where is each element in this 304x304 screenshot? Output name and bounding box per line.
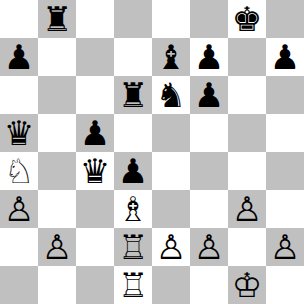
square-a2[interactable] [0,228,38,266]
square-a7[interactable]: ♟ [0,38,38,76]
square-g7[interactable] [228,38,266,76]
square-d8[interactable] [114,0,152,38]
square-b4[interactable] [38,152,76,190]
square-f1[interactable] [190,266,228,304]
square-c1[interactable] [76,266,114,304]
black-pawn-icon: ♟ [270,38,300,76]
square-f5[interactable] [190,114,228,152]
square-c4[interactable]: ♛ [76,152,114,190]
square-d6[interactable]: ♜ [114,76,152,114]
square-a5[interactable]: ♛ [0,114,38,152]
white-rook-icon: ♖ [118,266,148,304]
square-e7[interactable]: ♝ [152,38,190,76]
white-king-icon: ♔ [232,266,262,304]
square-c8[interactable] [76,0,114,38]
square-e2[interactable]: ♙ [152,228,190,266]
square-c6[interactable] [76,76,114,114]
square-d3[interactable]: ♗ [114,190,152,228]
square-f2[interactable]: ♙ [190,228,228,266]
square-a3[interactable]: ♙ [0,190,38,228]
square-e8[interactable] [152,0,190,38]
square-a6[interactable] [0,76,38,114]
black-king-icon: ♚ [232,0,262,38]
square-c7[interactable] [76,38,114,76]
square-f8[interactable] [190,0,228,38]
black-queen-icon: ♛ [80,152,110,190]
black-pawn-icon: ♟ [118,152,148,190]
square-e3[interactable] [152,190,190,228]
square-h6[interactable] [266,76,304,114]
square-f3[interactable] [190,190,228,228]
white-pawn-icon: ♙ [156,228,186,266]
square-e5[interactable] [152,114,190,152]
square-f4[interactable] [190,152,228,190]
black-rook-icon: ♜ [42,0,72,38]
square-d4[interactable]: ♟ [114,152,152,190]
square-a4[interactable]: ♘ [0,152,38,190]
square-d7[interactable] [114,38,152,76]
square-g2[interactable] [228,228,266,266]
black-pawn-icon: ♟ [194,76,224,114]
square-h8[interactable] [266,0,304,38]
black-knight-icon: ♞ [156,76,186,114]
square-b8[interactable]: ♜ [38,0,76,38]
square-g5[interactable] [228,114,266,152]
white-pawn-icon: ♙ [232,190,262,228]
square-e1[interactable] [152,266,190,304]
black-bishop-icon: ♝ [156,38,186,76]
black-pawn-icon: ♟ [194,38,224,76]
square-a1[interactable] [0,266,38,304]
square-g8[interactable]: ♚ [228,0,266,38]
square-b7[interactable] [38,38,76,76]
square-b3[interactable] [38,190,76,228]
square-f7[interactable]: ♟ [190,38,228,76]
white-bishop-icon: ♗ [118,190,148,228]
square-a8[interactable] [0,0,38,38]
square-h7[interactable]: ♟ [266,38,304,76]
square-b2[interactable]: ♙ [38,228,76,266]
white-rook-icon: ♖ [118,228,148,266]
square-c5[interactable]: ♟ [76,114,114,152]
square-g4[interactable] [228,152,266,190]
white-pawn-icon: ♙ [4,190,34,228]
square-e6[interactable]: ♞ [152,76,190,114]
square-b6[interactable] [38,76,76,114]
square-d5[interactable] [114,114,152,152]
square-b1[interactable] [38,266,76,304]
square-c2[interactable] [76,228,114,266]
black-queen-icon: ♛ [4,114,34,152]
square-g3[interactable]: ♙ [228,190,266,228]
square-h3[interactable] [266,190,304,228]
black-rook-icon: ♜ [118,76,148,114]
chess-board: ♜♚♟♝♟♟♜♞♟♛♟♘♛♟♙♗♙♙♖♙♙♙♖♔ [0,0,304,304]
square-h5[interactable] [266,114,304,152]
white-knight-icon: ♘ [4,152,34,190]
square-h4[interactable] [266,152,304,190]
square-g6[interactable] [228,76,266,114]
square-d2[interactable]: ♖ [114,228,152,266]
square-f6[interactable]: ♟ [190,76,228,114]
black-pawn-icon: ♟ [4,38,34,76]
square-h1[interactable] [266,266,304,304]
square-e4[interactable] [152,152,190,190]
white-pawn-icon: ♙ [270,228,300,266]
square-h2[interactable]: ♙ [266,228,304,266]
white-pawn-icon: ♙ [194,228,224,266]
white-pawn-icon: ♙ [42,228,72,266]
square-c3[interactable] [76,190,114,228]
square-d1[interactable]: ♖ [114,266,152,304]
black-pawn-icon: ♟ [80,114,110,152]
square-b5[interactable] [38,114,76,152]
square-g1[interactable]: ♔ [228,266,266,304]
